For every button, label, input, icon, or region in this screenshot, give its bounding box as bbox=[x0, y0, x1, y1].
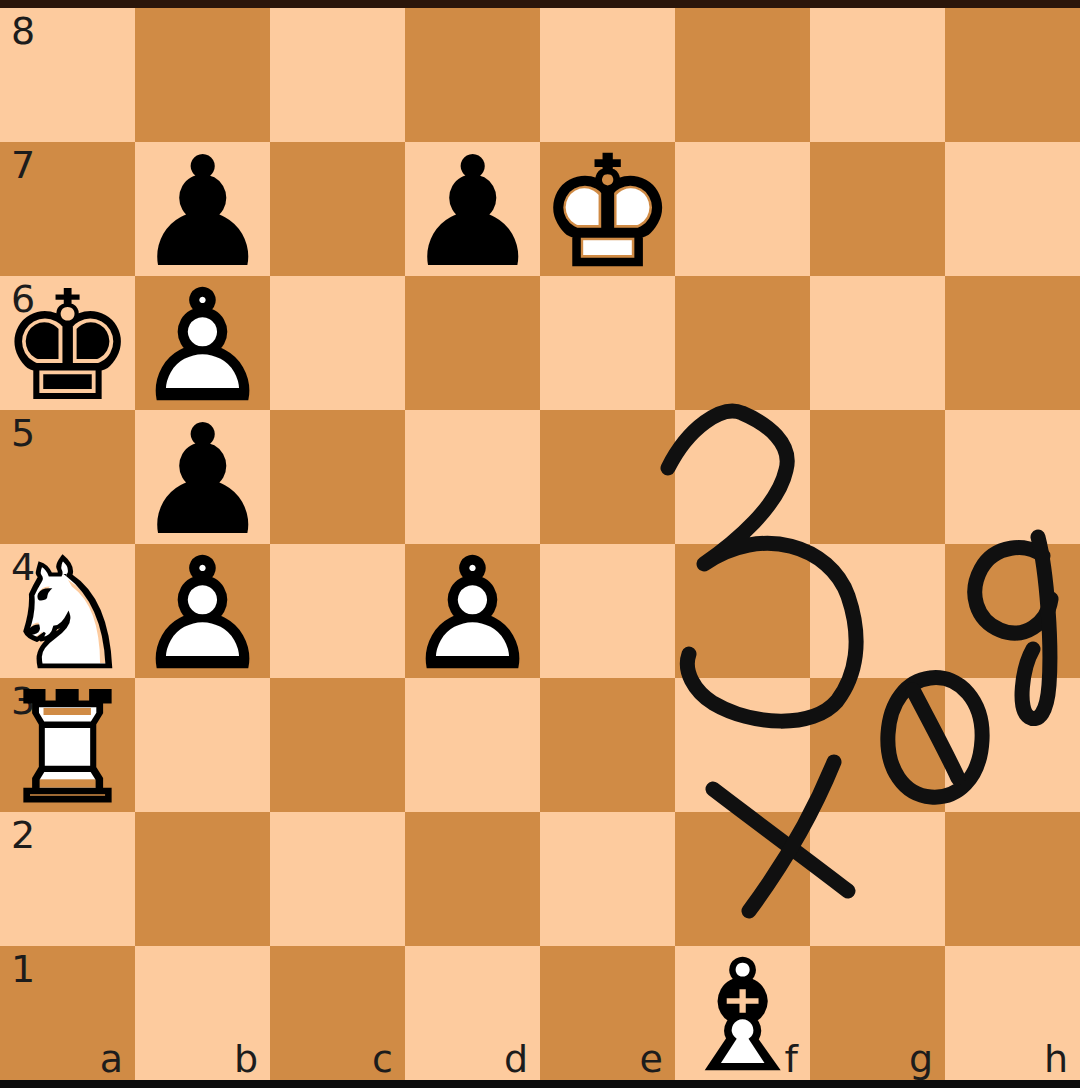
chess-board: 87♟♟♚♔6♚♟♙5♟4♞♘♟♙♟♙3♜♖21abcdef♝♗gh bbox=[0, 8, 1080, 1080]
piece-white-pawn[interactable]: ♟♙ bbox=[135, 544, 270, 678]
file-label-h: h bbox=[1044, 1040, 1068, 1078]
black-piece-fill: ♚ bbox=[0, 280, 135, 414]
square-e1[interactable]: e bbox=[540, 946, 675, 1080]
square-a4[interactable]: 4♞♘ bbox=[0, 544, 135, 678]
square-f4[interactable] bbox=[675, 544, 810, 678]
square-g5[interactable] bbox=[810, 410, 945, 544]
square-e5[interactable] bbox=[540, 410, 675, 544]
square-b3[interactable] bbox=[135, 678, 270, 812]
square-h1[interactable]: h bbox=[945, 946, 1080, 1080]
square-f6[interactable] bbox=[675, 276, 810, 410]
white-piece-outline: ♗ bbox=[675, 950, 810, 1084]
piece-white-knight[interactable]: ♞♘ bbox=[0, 544, 135, 678]
square-e4[interactable] bbox=[540, 544, 675, 678]
square-e6[interactable] bbox=[540, 276, 675, 410]
piece-white-rook[interactable]: ♜♖ bbox=[0, 678, 135, 812]
square-d5[interactable] bbox=[405, 410, 540, 544]
square-f2[interactable] bbox=[675, 812, 810, 946]
rank-label-2: 2 bbox=[11, 816, 35, 854]
square-d6[interactable] bbox=[405, 276, 540, 410]
rank-label-5: 5 bbox=[11, 414, 35, 452]
square-d8[interactable] bbox=[405, 8, 540, 142]
rank-label-7: 7 bbox=[11, 146, 35, 184]
square-b2[interactable] bbox=[135, 812, 270, 946]
square-e8[interactable] bbox=[540, 8, 675, 142]
square-g7[interactable] bbox=[810, 142, 945, 276]
square-h8[interactable] bbox=[945, 8, 1080, 142]
white-piece-outline: ♙ bbox=[135, 548, 270, 682]
square-h3[interactable] bbox=[945, 678, 1080, 812]
square-b5[interactable]: ♟ bbox=[135, 410, 270, 544]
square-a5[interactable]: 5 bbox=[0, 410, 135, 544]
square-f7[interactable] bbox=[675, 142, 810, 276]
square-c1[interactable]: c bbox=[270, 946, 405, 1080]
square-a3[interactable]: 3♜♖ bbox=[0, 678, 135, 812]
square-h4[interactable] bbox=[945, 544, 1080, 678]
top-bar bbox=[0, 0, 1080, 8]
square-g8[interactable] bbox=[810, 8, 945, 142]
square-g3[interactable] bbox=[810, 678, 945, 812]
square-f3[interactable] bbox=[675, 678, 810, 812]
rank-label-8: 8 bbox=[11, 12, 35, 50]
square-c4[interactable] bbox=[270, 544, 405, 678]
square-d1[interactable]: d bbox=[405, 946, 540, 1080]
square-a6[interactable]: 6♚ bbox=[0, 276, 135, 410]
square-a2[interactable]: 2 bbox=[0, 812, 135, 946]
square-e2[interactable] bbox=[540, 812, 675, 946]
square-c7[interactable] bbox=[270, 142, 405, 276]
board-frame: 87♟♟♚♔6♚♟♙5♟4♞♘♟♙♟♙3♜♖21abcdef♝♗gh bbox=[0, 0, 1080, 1088]
white-piece-outline: ♖ bbox=[0, 682, 135, 816]
square-f8[interactable] bbox=[675, 8, 810, 142]
square-g6[interactable] bbox=[810, 276, 945, 410]
square-e7[interactable]: ♚♔ bbox=[540, 142, 675, 276]
square-d2[interactable] bbox=[405, 812, 540, 946]
file-label-e: e bbox=[640, 1040, 663, 1078]
piece-white-king[interactable]: ♚♔ bbox=[540, 142, 675, 276]
white-piece-outline: ♔ bbox=[540, 146, 675, 280]
piece-black-pawn[interactable]: ♟ bbox=[135, 410, 270, 544]
square-a1[interactable]: 1a bbox=[0, 946, 135, 1080]
square-h7[interactable] bbox=[945, 142, 1080, 276]
piece-black-pawn[interactable]: ♟ bbox=[405, 142, 540, 276]
file-label-b: b bbox=[234, 1040, 258, 1078]
square-c5[interactable] bbox=[270, 410, 405, 544]
file-label-g: g bbox=[909, 1040, 933, 1078]
file-label-c: c bbox=[372, 1040, 393, 1078]
square-e3[interactable] bbox=[540, 678, 675, 812]
square-d4[interactable]: ♟♙ bbox=[405, 544, 540, 678]
square-a8[interactable]: 8 bbox=[0, 8, 135, 142]
square-c3[interactable] bbox=[270, 678, 405, 812]
square-c8[interactable] bbox=[270, 8, 405, 142]
square-f1[interactable]: f♝♗ bbox=[675, 946, 810, 1080]
rank-label-1: 1 bbox=[11, 950, 35, 988]
square-b7[interactable]: ♟ bbox=[135, 142, 270, 276]
square-h5[interactable] bbox=[945, 410, 1080, 544]
white-piece-outline: ♙ bbox=[405, 548, 540, 682]
square-h6[interactable] bbox=[945, 276, 1080, 410]
file-label-a: a bbox=[100, 1040, 123, 1078]
piece-black-pawn[interactable]: ♟ bbox=[135, 142, 270, 276]
square-b1[interactable]: b bbox=[135, 946, 270, 1080]
square-d7[interactable]: ♟ bbox=[405, 142, 540, 276]
square-b8[interactable] bbox=[135, 8, 270, 142]
black-piece-fill: ♟ bbox=[405, 146, 540, 280]
piece-white-pawn[interactable]: ♟♙ bbox=[405, 544, 540, 678]
piece-white-bishop[interactable]: ♝♗ bbox=[675, 946, 810, 1080]
square-g4[interactable] bbox=[810, 544, 945, 678]
square-f5[interactable] bbox=[675, 410, 810, 544]
square-g2[interactable] bbox=[810, 812, 945, 946]
piece-black-king[interactable]: ♚ bbox=[0, 276, 135, 410]
square-d3[interactable] bbox=[405, 678, 540, 812]
square-g1[interactable]: g bbox=[810, 946, 945, 1080]
file-label-d: d bbox=[504, 1040, 528, 1078]
bottom-bar bbox=[0, 1080, 1080, 1088]
square-b4[interactable]: ♟♙ bbox=[135, 544, 270, 678]
square-c6[interactable] bbox=[270, 276, 405, 410]
piece-white-pawn[interactable]: ♟♙ bbox=[135, 276, 270, 410]
square-c2[interactable] bbox=[270, 812, 405, 946]
square-a7[interactable]: 7 bbox=[0, 142, 135, 276]
square-h2[interactable] bbox=[945, 812, 1080, 946]
square-b6[interactable]: ♟♙ bbox=[135, 276, 270, 410]
